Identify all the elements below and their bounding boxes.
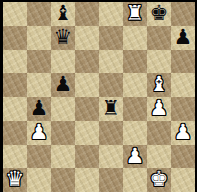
square-e7[interactable] (99, 26, 123, 50)
piece-black-bishop[interactable]: ♝ (54, 2, 73, 26)
square-a2[interactable] (3, 145, 27, 169)
square-c6[interactable] (51, 50, 75, 74)
square-e4[interactable]: ♜ (99, 97, 123, 121)
piece-black-pawn[interactable]: ♟ (30, 97, 49, 121)
square-e8[interactable] (99, 2, 123, 26)
square-g8[interactable]: ♚ (147, 2, 171, 26)
square-c5[interactable]: ♟ (51, 73, 75, 97)
piece-white-pawn[interactable]: ♟ (150, 97, 169, 121)
square-f7[interactable] (123, 26, 147, 50)
square-a3[interactable] (3, 121, 27, 145)
square-d6[interactable] (75, 50, 99, 74)
square-b6[interactable] (27, 50, 51, 74)
square-g6[interactable] (147, 50, 171, 74)
square-f6[interactable] (123, 50, 147, 74)
piece-white-pawn[interactable]: ♟ (126, 145, 145, 169)
square-d8[interactable] (75, 2, 99, 26)
square-b5[interactable] (27, 73, 51, 97)
square-g3[interactable] (147, 121, 171, 145)
square-a4[interactable] (3, 97, 27, 121)
square-g7[interactable] (147, 26, 171, 50)
square-d5[interactable] (75, 73, 99, 97)
square-b8[interactable] (27, 2, 51, 26)
square-h8[interactable] (171, 2, 195, 26)
square-h4[interactable] (171, 97, 195, 121)
square-e6[interactable] (99, 50, 123, 74)
square-c8[interactable]: ♝ (51, 2, 75, 26)
square-d3[interactable] (75, 121, 99, 145)
square-f4[interactable] (123, 97, 147, 121)
square-b3[interactable]: ♟ (27, 121, 51, 145)
piece-white-queen[interactable]: ♛ (6, 168, 25, 192)
square-h6[interactable] (171, 50, 195, 74)
square-h3[interactable]: ♟ (171, 121, 195, 145)
square-d1[interactable] (75, 168, 99, 192)
square-g2[interactable] (147, 145, 171, 169)
chess-board: ♝♜♚♛♟♟♝♟♜♟♟♟♟♛♚ (3, 2, 195, 192)
square-d4[interactable] (75, 97, 99, 121)
square-b2[interactable] (27, 145, 51, 169)
square-h2[interactable] (171, 145, 195, 169)
square-g1[interactable]: ♚ (147, 168, 171, 192)
piece-white-pawn[interactable]: ♟ (30, 121, 49, 145)
square-g5[interactable]: ♝ (147, 73, 171, 97)
square-a8[interactable] (3, 2, 27, 26)
piece-black-rook[interactable]: ♜ (102, 97, 121, 121)
square-h7[interactable]: ♟ (171, 26, 195, 50)
square-c7[interactable]: ♛ (51, 26, 75, 50)
square-d7[interactable] (75, 26, 99, 50)
piece-black-pawn[interactable]: ♟ (174, 26, 193, 50)
square-f8[interactable]: ♜ (123, 2, 147, 26)
piece-black-queen[interactable]: ♛ (54, 26, 73, 50)
square-c4[interactable] (51, 97, 75, 121)
square-e2[interactable] (99, 145, 123, 169)
square-e5[interactable] (99, 73, 123, 97)
piece-white-pawn[interactable]: ♟ (174, 121, 193, 145)
square-h5[interactable] (171, 73, 195, 97)
piece-black-king[interactable]: ♚ (150, 2, 169, 26)
piece-white-bishop[interactable]: ♝ (150, 73, 169, 97)
square-f1[interactable] (123, 168, 147, 192)
square-g4[interactable]: ♟ (147, 97, 171, 121)
square-f3[interactable] (123, 121, 147, 145)
square-c1[interactable] (51, 168, 75, 192)
square-f2[interactable]: ♟ (123, 145, 147, 169)
piece-black-pawn[interactable]: ♟ (54, 73, 73, 97)
square-b7[interactable] (27, 26, 51, 50)
square-b1[interactable] (27, 168, 51, 192)
piece-white-rook[interactable]: ♜ (126, 2, 145, 26)
square-a6[interactable] (3, 50, 27, 74)
square-f5[interactable] (123, 73, 147, 97)
square-c3[interactable] (51, 121, 75, 145)
square-h1[interactable] (171, 168, 195, 192)
square-b4[interactable]: ♟ (27, 97, 51, 121)
square-c2[interactable] (51, 145, 75, 169)
square-a5[interactable] (3, 73, 27, 97)
chess-board-frame: ♝♜♚♛♟♟♝♟♜♟♟♟♟♛♚ (0, 0, 197, 192)
square-a1[interactable]: ♛ (3, 168, 27, 192)
square-d2[interactable] (75, 145, 99, 169)
piece-white-king[interactable]: ♚ (150, 168, 169, 192)
square-e1[interactable] (99, 168, 123, 192)
square-a7[interactable] (3, 26, 27, 50)
square-e3[interactable] (99, 121, 123, 145)
